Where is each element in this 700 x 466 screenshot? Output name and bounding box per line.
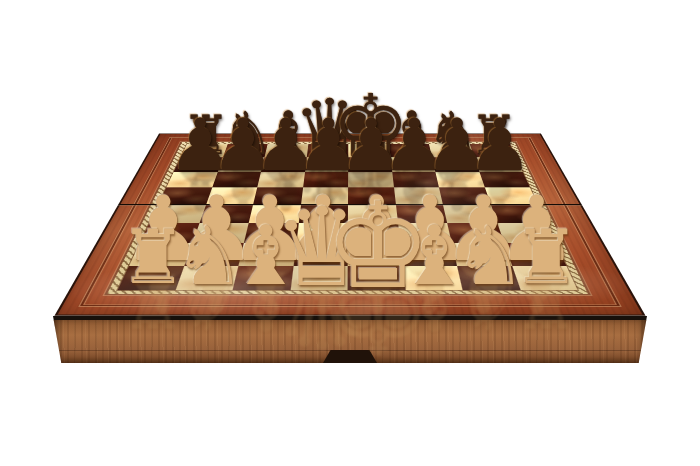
product-photo-scene: ♜♜♞♞♝♝♛♛♚♚♝♝♞♞♜♜♟♟♟♟♟♟♟♟♟♟♟♟♟♟♟♟♟♟♟♟♟♟♟♟…: [0, 0, 700, 466]
pieces-layer: ♜♜♞♞♝♝♛♛♚♚♝♝♞♞♜♜♟♟♟♟♟♟♟♟♟♟♟♟♟♟♟♟♟♟♟♟♟♟♟♟…: [0, 0, 700, 466]
piece-white-rook-h1[interactable]: ♜: [513, 221, 580, 295]
piece-black-pawn-h7[interactable]: ♟: [467, 109, 532, 181]
